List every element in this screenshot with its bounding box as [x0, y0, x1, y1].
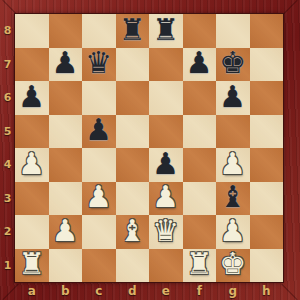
file-label-f: f	[183, 282, 217, 300]
square-e6[interactable]	[149, 81, 183, 115]
piece-black-pawn[interactable]: ♟	[52, 48, 79, 78]
piece-black-queen[interactable]: ♛	[85, 48, 112, 78]
chess-diagram: ♜♜♟♛♟♚♟♟♟♟♟♟♟♟♝♟♝♛♟♜♜♚ 87654321 abcdefgh	[0, 0, 300, 300]
square-d3[interactable]	[116, 182, 150, 216]
square-c7[interactable]: ♛	[82, 48, 116, 82]
piece-black-pawn[interactable]: ♟	[18, 82, 45, 112]
square-b8[interactable]	[49, 14, 83, 48]
square-e2[interactable]: ♛	[149, 215, 183, 249]
square-c2[interactable]	[82, 215, 116, 249]
square-h1[interactable]	[250, 249, 284, 283]
piece-black-pawn[interactable]: ♟	[219, 82, 246, 112]
frame-miter-seam	[281, 284, 297, 300]
file-label-c: c	[82, 282, 116, 300]
square-b6[interactable]	[49, 81, 83, 115]
rank-label-4: 4	[0, 148, 15, 182]
rank-label-1: 1	[0, 249, 15, 283]
file-label-h: h	[250, 282, 284, 300]
file-label-g: g	[216, 282, 250, 300]
square-c6[interactable]	[82, 81, 116, 115]
square-c1[interactable]	[82, 249, 116, 283]
square-d4[interactable]	[116, 148, 150, 182]
rank-label-3: 3	[0, 182, 15, 216]
piece-black-rook[interactable]: ♜	[152, 15, 179, 45]
file-label-e: e	[149, 282, 183, 300]
rank-label-6: 6	[0, 81, 15, 115]
square-d7[interactable]	[116, 48, 150, 82]
piece-white-pawn[interactable]: ♟	[52, 216, 79, 246]
square-f6[interactable]	[183, 81, 217, 115]
square-e7[interactable]	[149, 48, 183, 82]
square-d5[interactable]	[116, 115, 150, 149]
rank-label-8: 8	[0, 14, 15, 48]
rank-label-5: 5	[0, 115, 15, 149]
square-a2[interactable]	[15, 215, 49, 249]
square-c5[interactable]: ♟	[82, 115, 116, 149]
square-b3[interactable]	[49, 182, 83, 216]
square-e4[interactable]: ♟	[149, 148, 183, 182]
square-h6[interactable]	[250, 81, 284, 115]
piece-black-pawn[interactable]: ♟	[152, 149, 179, 179]
piece-black-rook[interactable]: ♜	[119, 15, 146, 45]
frame-miter-seam	[281, 0, 297, 16]
piece-white-pawn[interactable]: ♟	[219, 149, 246, 179]
square-d2[interactable]: ♝	[116, 215, 150, 249]
square-g4[interactable]: ♟	[216, 148, 250, 182]
square-a8[interactable]	[15, 14, 49, 48]
square-d1[interactable]	[116, 249, 150, 283]
square-b2[interactable]: ♟	[49, 215, 83, 249]
square-c3[interactable]: ♟	[82, 182, 116, 216]
square-g6[interactable]: ♟	[216, 81, 250, 115]
square-a3[interactable]	[15, 182, 49, 216]
square-g8[interactable]	[216, 14, 250, 48]
piece-white-queen[interactable]: ♛	[152, 216, 179, 246]
piece-black-king[interactable]: ♚	[219, 48, 246, 78]
file-label-a: a	[15, 282, 49, 300]
square-e1[interactable]	[149, 249, 183, 283]
square-a4[interactable]: ♟	[15, 148, 49, 182]
square-g2[interactable]: ♟	[216, 215, 250, 249]
square-b4[interactable]	[49, 148, 83, 182]
square-a6[interactable]: ♟	[15, 81, 49, 115]
square-c8[interactable]	[82, 14, 116, 48]
square-h2[interactable]	[250, 215, 284, 249]
square-b1[interactable]	[49, 249, 83, 283]
file-label-d: d	[116, 282, 150, 300]
square-g5[interactable]	[216, 115, 250, 149]
square-f3[interactable]	[183, 182, 217, 216]
square-f1[interactable]: ♜	[183, 249, 217, 283]
square-c4[interactable]	[82, 148, 116, 182]
piece-white-pawn[interactable]: ♟	[152, 182, 179, 212]
file-label-b: b	[49, 282, 83, 300]
piece-white-rook[interactable]: ♜	[186, 249, 213, 279]
square-f8[interactable]	[183, 14, 217, 48]
piece-white-pawn[interactable]: ♟	[219, 216, 246, 246]
square-h3[interactable]	[250, 182, 284, 216]
square-f5[interactable]	[183, 115, 217, 149]
square-h8[interactable]	[250, 14, 284, 48]
piece-black-pawn[interactable]: ♟	[85, 115, 112, 145]
square-a7[interactable]	[15, 48, 49, 82]
chess-board: ♜♜♟♛♟♚♟♟♟♟♟♟♟♟♝♟♝♛♟♜♜♚	[15, 14, 283, 282]
piece-white-rook[interactable]: ♜	[18, 249, 45, 279]
square-b5[interactable]	[49, 115, 83, 149]
piece-black-pawn[interactable]: ♟	[186, 48, 213, 78]
square-e3[interactable]: ♟	[149, 182, 183, 216]
square-g7[interactable]: ♚	[216, 48, 250, 82]
square-e8[interactable]: ♜	[149, 14, 183, 48]
square-d8[interactable]: ♜	[116, 14, 150, 48]
square-f4[interactable]	[183, 148, 217, 182]
square-h4[interactable]	[250, 148, 284, 182]
square-h7[interactable]	[250, 48, 284, 82]
piece-white-bishop[interactable]: ♝	[119, 216, 146, 246]
square-f2[interactable]	[183, 215, 217, 249]
rank-label-2: 2	[0, 215, 15, 249]
square-f7[interactable]: ♟	[183, 48, 217, 82]
square-g1[interactable]: ♚	[216, 249, 250, 283]
square-g3[interactable]: ♝	[216, 182, 250, 216]
square-b7[interactable]: ♟	[49, 48, 83, 82]
piece-white-pawn[interactable]: ♟	[18, 149, 45, 179]
square-a1[interactable]: ♜	[15, 249, 49, 283]
square-d6[interactable]	[116, 81, 150, 115]
piece-black-bishop[interactable]: ♝	[219, 182, 246, 212]
square-e5[interactable]	[149, 115, 183, 149]
square-a5[interactable]	[15, 115, 49, 149]
piece-white-pawn[interactable]: ♟	[85, 182, 112, 212]
rank-label-7: 7	[0, 48, 15, 82]
square-h5[interactable]	[250, 115, 284, 149]
piece-white-king[interactable]: ♚	[219, 249, 246, 279]
